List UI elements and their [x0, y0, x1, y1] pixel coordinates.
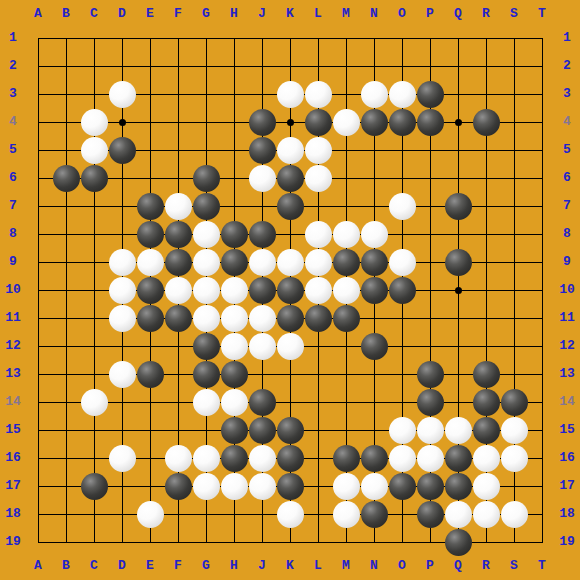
column-label: F [164, 553, 192, 579]
stone-white[interactable] [193, 277, 220, 304]
stone-black[interactable] [249, 109, 276, 136]
stone-white[interactable] [445, 501, 472, 528]
stone-white[interactable] [277, 249, 304, 276]
stone-white[interactable] [109, 249, 136, 276]
star-point [455, 287, 462, 294]
go-board[interactable]: ABCDEFGHJKLMNOPQRST ABCDEFGHJKLMNOPQRST … [0, 0, 580, 580]
stone-white[interactable] [361, 473, 388, 500]
stone-white[interactable] [221, 389, 248, 416]
row-label: 5 [554, 137, 580, 163]
row-label: 2 [554, 53, 580, 79]
row-label: 4 [0, 109, 26, 135]
row-label: 17 [0, 473, 26, 499]
stone-white[interactable] [221, 473, 248, 500]
stone-black[interactable] [137, 277, 164, 304]
stone-black[interactable] [361, 333, 388, 360]
column-label: E [136, 553, 164, 579]
stone-white[interactable] [361, 221, 388, 248]
stone-black[interactable] [333, 305, 360, 332]
stone-black[interactable] [137, 305, 164, 332]
stone-white[interactable] [193, 389, 220, 416]
column-label: F [164, 1, 192, 27]
stone-black[interactable] [361, 445, 388, 472]
stone-black[interactable] [445, 249, 472, 276]
row-label: 13 [554, 361, 580, 387]
stone-white[interactable] [249, 473, 276, 500]
row-label: 10 [554, 277, 580, 303]
stone-white[interactable] [249, 305, 276, 332]
stone-white[interactable] [417, 445, 444, 472]
stone-white[interactable] [277, 81, 304, 108]
stone-black[interactable] [361, 249, 388, 276]
column-label: S [500, 1, 528, 27]
stone-white[interactable] [277, 137, 304, 164]
column-label: T [528, 553, 556, 579]
row-label: 5 [0, 137, 26, 163]
stone-white[interactable] [305, 221, 332, 248]
stone-black[interactable] [221, 249, 248, 276]
stone-black[interactable] [277, 305, 304, 332]
row-label: 8 [0, 221, 26, 247]
row-label: 13 [0, 361, 26, 387]
row-label: 10 [0, 277, 26, 303]
stone-black[interactable] [473, 389, 500, 416]
stone-black[interactable] [81, 165, 108, 192]
column-label: P [416, 1, 444, 27]
stone-black[interactable] [193, 193, 220, 220]
stone-white[interactable] [305, 277, 332, 304]
column-label: R [472, 553, 500, 579]
stone-white[interactable] [221, 305, 248, 332]
column-label: Q [444, 1, 472, 27]
column-label: D [108, 1, 136, 27]
stone-black[interactable] [333, 249, 360, 276]
column-label: H [220, 553, 248, 579]
stone-black[interactable] [277, 473, 304, 500]
stone-white[interactable] [501, 501, 528, 528]
stone-white[interactable] [333, 473, 360, 500]
row-label: 1 [554, 25, 580, 51]
grid-line-horizontal [38, 402, 543, 403]
stone-black[interactable] [137, 361, 164, 388]
stone-white[interactable] [249, 445, 276, 472]
stone-black[interactable] [277, 445, 304, 472]
stone-black[interactable] [221, 361, 248, 388]
stone-black[interactable] [249, 417, 276, 444]
stone-white[interactable] [137, 249, 164, 276]
column-label: R [472, 1, 500, 27]
row-label: 6 [0, 165, 26, 191]
stone-black[interactable] [277, 417, 304, 444]
stone-white[interactable] [221, 333, 248, 360]
row-label: 18 [0, 501, 26, 527]
stone-white[interactable] [389, 417, 416, 444]
stone-white[interactable] [305, 137, 332, 164]
stone-black[interactable] [417, 81, 444, 108]
stone-black[interactable] [53, 165, 80, 192]
stone-black[interactable] [165, 473, 192, 500]
stone-white[interactable] [277, 501, 304, 528]
row-label: 3 [0, 81, 26, 107]
stone-black[interactable] [221, 445, 248, 472]
column-label: O [388, 1, 416, 27]
row-label: 14 [0, 389, 26, 415]
stone-black[interactable] [137, 193, 164, 220]
stone-black[interactable] [389, 277, 416, 304]
stone-black[interactable] [445, 529, 472, 556]
stone-white[interactable] [193, 473, 220, 500]
stone-black[interactable] [109, 137, 136, 164]
row-label: 18 [554, 501, 580, 527]
stone-white[interactable] [333, 277, 360, 304]
stone-white[interactable] [305, 165, 332, 192]
stone-white[interactable] [221, 277, 248, 304]
stone-black[interactable] [445, 193, 472, 220]
stone-white[interactable] [389, 249, 416, 276]
stone-white[interactable] [333, 501, 360, 528]
stone-white[interactable] [193, 305, 220, 332]
stone-white[interactable] [137, 501, 164, 528]
row-label: 7 [0, 193, 26, 219]
stone-black[interactable] [165, 249, 192, 276]
stone-white[interactable] [277, 333, 304, 360]
stone-white[interactable] [249, 165, 276, 192]
column-label: G [192, 553, 220, 579]
stone-black[interactable] [305, 305, 332, 332]
stone-black[interactable] [417, 109, 444, 136]
row-label: 2 [0, 53, 26, 79]
stone-black[interactable] [417, 473, 444, 500]
stone-black[interactable] [389, 473, 416, 500]
stone-black[interactable] [361, 501, 388, 528]
row-label: 19 [0, 529, 26, 555]
column-label: E [136, 1, 164, 27]
stone-black[interactable] [165, 305, 192, 332]
row-label: 9 [0, 249, 26, 275]
stone-white[interactable] [473, 445, 500, 472]
row-label: 15 [0, 417, 26, 443]
stone-white[interactable] [81, 389, 108, 416]
row-label: 17 [554, 473, 580, 499]
row-label: 12 [0, 333, 26, 359]
stone-black[interactable] [165, 221, 192, 248]
grid-line-vertical [542, 38, 543, 543]
stone-black[interactable] [417, 501, 444, 528]
stone-white[interactable] [165, 277, 192, 304]
stone-white[interactable] [193, 249, 220, 276]
row-label: 16 [0, 445, 26, 471]
stone-black[interactable] [473, 109, 500, 136]
column-label: J [248, 1, 276, 27]
stone-white[interactable] [249, 249, 276, 276]
stone-white[interactable] [109, 277, 136, 304]
column-label: T [528, 1, 556, 27]
star-point [287, 119, 294, 126]
row-label: 9 [554, 249, 580, 275]
row-label: 19 [554, 529, 580, 555]
stone-white[interactable] [501, 445, 528, 472]
column-label: A [24, 1, 52, 27]
column-label: C [80, 1, 108, 27]
row-label: 16 [554, 445, 580, 471]
column-label: S [500, 553, 528, 579]
column-label: C [80, 553, 108, 579]
stone-white[interactable] [361, 81, 388, 108]
stone-white[interactable] [389, 81, 416, 108]
stone-white[interactable] [81, 109, 108, 136]
stone-white[interactable] [109, 305, 136, 332]
row-label: 7 [554, 193, 580, 219]
row-label: 1 [0, 25, 26, 51]
stone-black[interactable] [221, 417, 248, 444]
stone-white[interactable] [193, 221, 220, 248]
stone-white[interactable] [81, 137, 108, 164]
stone-black[interactable] [473, 361, 500, 388]
row-label: 8 [554, 221, 580, 247]
row-label: 14 [554, 389, 580, 415]
column-label: H [220, 1, 248, 27]
stone-white[interactable] [389, 193, 416, 220]
row-label: 11 [0, 305, 26, 331]
column-label: Q [444, 553, 472, 579]
star-point [455, 119, 462, 126]
stone-white[interactable] [333, 221, 360, 248]
stone-black[interactable] [137, 221, 164, 248]
column-label: K [276, 553, 304, 579]
stone-black[interactable] [249, 221, 276, 248]
stone-black[interactable] [473, 417, 500, 444]
column-label: M [332, 553, 360, 579]
stone-white[interactable] [417, 417, 444, 444]
stone-black[interactable] [333, 445, 360, 472]
column-label: K [276, 1, 304, 27]
stone-white[interactable] [389, 445, 416, 472]
stone-black[interactable] [305, 109, 332, 136]
stone-black[interactable] [221, 221, 248, 248]
stone-black[interactable] [193, 361, 220, 388]
stone-white[interactable] [305, 81, 332, 108]
column-label: G [192, 1, 220, 27]
stone-black[interactable] [417, 389, 444, 416]
star-point [119, 119, 126, 126]
column-label: A [24, 553, 52, 579]
column-label: N [360, 553, 388, 579]
row-label: 15 [554, 417, 580, 443]
row-label: 12 [554, 333, 580, 359]
column-label: J [248, 553, 276, 579]
column-label: N [360, 1, 388, 27]
column-label: L [304, 553, 332, 579]
stone-white[interactable] [501, 417, 528, 444]
stone-white[interactable] [193, 445, 220, 472]
stone-black[interactable] [249, 137, 276, 164]
column-label: M [332, 1, 360, 27]
stone-black[interactable] [193, 165, 220, 192]
stone-black[interactable] [277, 277, 304, 304]
column-label: B [52, 553, 80, 579]
stone-black[interactable] [501, 389, 528, 416]
stone-white[interactable] [109, 361, 136, 388]
stone-white[interactable] [445, 417, 472, 444]
stone-white[interactable] [109, 81, 136, 108]
row-label: 6 [554, 165, 580, 191]
stone-white[interactable] [249, 333, 276, 360]
stone-black[interactable] [249, 389, 276, 416]
column-label: B [52, 1, 80, 27]
stone-black[interactable] [277, 165, 304, 192]
column-label: D [108, 553, 136, 579]
stone-black[interactable] [445, 473, 472, 500]
stone-white[interactable] [165, 193, 192, 220]
stone-white[interactable] [165, 445, 192, 472]
row-label: 4 [554, 109, 580, 135]
column-label: O [388, 553, 416, 579]
stone-black[interactable] [417, 361, 444, 388]
stone-black[interactable] [445, 445, 472, 472]
row-label: 3 [554, 81, 580, 107]
stone-white[interactable] [305, 249, 332, 276]
column-label: L [304, 1, 332, 27]
stone-white[interactable] [109, 445, 136, 472]
stone-black[interactable] [277, 193, 304, 220]
column-label: P [416, 553, 444, 579]
stone-white[interactable] [473, 501, 500, 528]
stone-white[interactable] [473, 473, 500, 500]
stone-black[interactable] [249, 277, 276, 304]
stone-white[interactable] [333, 109, 360, 136]
stone-black[interactable] [193, 333, 220, 360]
stone-black[interactable] [361, 277, 388, 304]
stone-black[interactable] [361, 109, 388, 136]
stone-black[interactable] [81, 473, 108, 500]
row-label: 11 [554, 305, 580, 331]
stone-black[interactable] [389, 109, 416, 136]
